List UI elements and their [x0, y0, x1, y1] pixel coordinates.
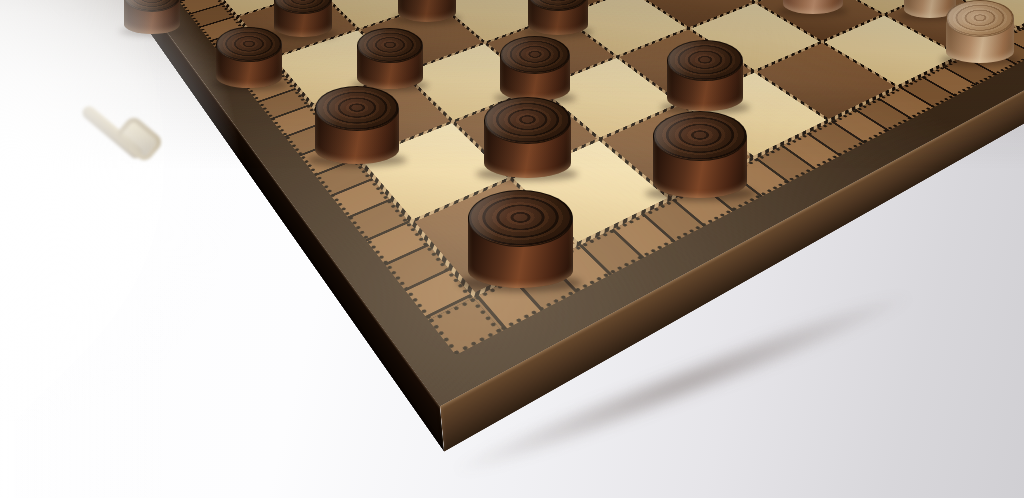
checker-dark-9[interactable] — [667, 40, 743, 111]
checker-top-face — [946, 0, 1014, 37]
checker-top-face — [315, 86, 399, 131]
checker-dark-7[interactable] — [357, 28, 423, 89]
checker-dark-3[interactable] — [528, 0, 588, 35]
checker-light-10[interactable] — [946, 0, 1014, 63]
checker-top-face — [653, 111, 747, 161]
checker-dark-6[interactable] — [216, 27, 282, 88]
checker-dark-13[interactable] — [653, 111, 747, 198]
checker-top-face — [667, 40, 743, 81]
checker-top-face — [500, 36, 570, 74]
pieces-layer — [0, 0, 1024, 498]
scene — [0, 0, 1024, 498]
checker-dark-0[interactable] — [124, 0, 180, 34]
checker-dark-11[interactable] — [315, 86, 399, 164]
checker-dark-12[interactable] — [484, 97, 571, 178]
checker-dark-14[interactable] — [468, 190, 573, 288]
checker-dark-1[interactable] — [274, 0, 332, 37]
checker-side — [398, 0, 456, 22]
checker-light-4[interactable] — [783, 0, 843, 14]
checker-dark-2[interactable] — [398, 0, 456, 22]
checker-top-face — [468, 190, 573, 247]
checker-top-face — [484, 97, 571, 144]
checker-dark-8[interactable] — [500, 36, 570, 101]
